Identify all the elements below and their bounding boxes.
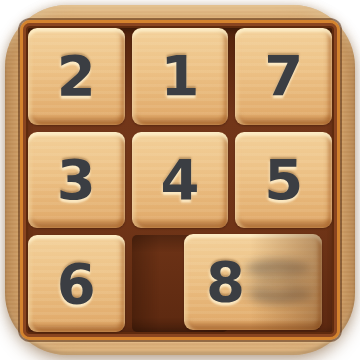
tile-2[interactable]: 2 bbox=[28, 28, 125, 125]
tile-1[interactable]: 1 bbox=[132, 28, 229, 125]
screenshot-canvas: 2 1 7 3 4 5 6 bbox=[0, 0, 360, 360]
tile-8-sliding[interactable]: 8 8 bbox=[184, 234, 322, 330]
tile-6[interactable]: 6 bbox=[28, 235, 125, 332]
tile-7[interactable]: 7 bbox=[235, 28, 332, 125]
tile-7-label: 7 bbox=[264, 48, 303, 104]
motion-blur-smear bbox=[246, 260, 310, 275]
puzzle-app-icon[interactable]: 2 1 7 3 4 5 6 bbox=[5, 5, 355, 355]
puzzle-board: 2 1 7 3 4 5 6 bbox=[20, 20, 340, 340]
tile-4[interactable]: 4 bbox=[132, 132, 229, 229]
tile-4-label: 4 bbox=[161, 152, 200, 208]
tile-1-label: 1 bbox=[161, 48, 200, 104]
tile-8-label: 8 bbox=[206, 254, 245, 310]
tile-3[interactable]: 3 bbox=[28, 132, 125, 229]
tile-2-label: 2 bbox=[57, 48, 96, 104]
tile-5[interactable]: 5 bbox=[235, 132, 332, 229]
tile-6-label: 6 bbox=[57, 256, 96, 312]
tile-3-label: 3 bbox=[57, 152, 96, 208]
tile-5-label: 5 bbox=[264, 152, 303, 208]
motion-blur-smear bbox=[250, 288, 312, 303]
